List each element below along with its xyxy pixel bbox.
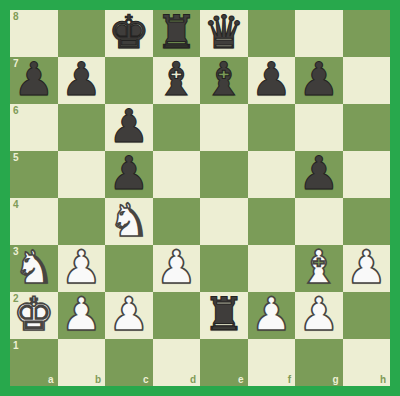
square-a3[interactable]: 3♞ <box>10 245 58 292</box>
piece-white-knight-c4[interactable]: ♞ <box>108 197 149 244</box>
square-h4[interactable] <box>343 198 391 245</box>
square-h3[interactable]: ♟ <box>343 245 391 292</box>
square-b8[interactable] <box>58 10 106 57</box>
square-h6[interactable] <box>343 104 391 151</box>
piece-black-bishop-d7[interactable]: ♝ <box>156 56 197 103</box>
square-d6[interactable] <box>153 104 201 151</box>
rank-label-6: 6 <box>13 105 19 116</box>
square-f4[interactable] <box>248 198 296 245</box>
square-e2[interactable]: ♜ <box>200 292 248 339</box>
square-b2[interactable]: ♟ <box>58 292 106 339</box>
piece-white-king-a2[interactable]: ♚ <box>13 291 54 338</box>
square-b6[interactable] <box>58 104 106 151</box>
piece-black-king-c8[interactable]: ♚ <box>108 9 149 56</box>
piece-white-pawn-f2[interactable]: ♟ <box>251 291 292 338</box>
file-label-g: g <box>332 374 338 385</box>
square-c3[interactable] <box>105 245 153 292</box>
square-f3[interactable] <box>248 245 296 292</box>
square-e6[interactable] <box>200 104 248 151</box>
square-a1[interactable]: 1a <box>10 339 58 386</box>
piece-white-knight-a3[interactable]: ♞ <box>13 244 54 291</box>
square-c2[interactable]: ♟ <box>105 292 153 339</box>
piece-black-rook-d8[interactable]: ♜ <box>156 9 197 56</box>
piece-black-pawn-c5[interactable]: ♟ <box>108 150 149 197</box>
piece-white-pawn-g2[interactable]: ♟ <box>298 291 339 338</box>
piece-black-pawn-b7[interactable]: ♟ <box>61 56 102 103</box>
square-a4[interactable]: 4 <box>10 198 58 245</box>
piece-black-pawn-g7[interactable]: ♟ <box>298 56 339 103</box>
file-label-a: a <box>48 374 54 385</box>
square-h5[interactable] <box>343 151 391 198</box>
square-e8[interactable]: ♛ <box>200 10 248 57</box>
piece-white-pawn-h3[interactable]: ♟ <box>346 244 387 291</box>
square-f5[interactable] <box>248 151 296 198</box>
square-e5[interactable] <box>200 151 248 198</box>
square-d5[interactable] <box>153 151 201 198</box>
square-c5[interactable]: ♟ <box>105 151 153 198</box>
piece-black-pawn-f7[interactable]: ♟ <box>251 56 292 103</box>
square-g8[interactable] <box>295 10 343 57</box>
file-label-d: d <box>190 374 196 385</box>
piece-white-bishop-g3[interactable]: ♝ <box>298 244 339 291</box>
file-label-h: h <box>380 374 386 385</box>
square-c7[interactable] <box>105 57 153 104</box>
piece-white-pawn-d3[interactable]: ♟ <box>156 244 197 291</box>
file-label-f: f <box>288 374 291 385</box>
rank-label-8: 8 <box>13 11 19 22</box>
piece-white-pawn-b3[interactable]: ♟ <box>61 244 102 291</box>
file-label-b: b <box>95 374 101 385</box>
square-c4[interactable]: ♞ <box>105 198 153 245</box>
rank-label-1: 1 <box>13 340 19 351</box>
square-g7[interactable]: ♟ <box>295 57 343 104</box>
square-a6[interactable]: 6 <box>10 104 58 151</box>
square-d3[interactable]: ♟ <box>153 245 201 292</box>
square-f2[interactable]: ♟ <box>248 292 296 339</box>
square-b1[interactable]: b <box>58 339 106 386</box>
square-g5[interactable]: ♟ <box>295 151 343 198</box>
file-label-c: c <box>143 374 149 385</box>
square-b3[interactable]: ♟ <box>58 245 106 292</box>
rank-label-5: 5 <box>13 152 19 163</box>
square-e7[interactable]: ♝ <box>200 57 248 104</box>
square-b7[interactable]: ♟ <box>58 57 106 104</box>
square-a8[interactable]: 8 <box>10 10 58 57</box>
square-f8[interactable] <box>248 10 296 57</box>
rank-label-4: 4 <box>13 199 19 210</box>
square-f7[interactable]: ♟ <box>248 57 296 104</box>
square-h2[interactable] <box>343 292 391 339</box>
square-f6[interactable] <box>248 104 296 151</box>
piece-black-pawn-g5[interactable]: ♟ <box>298 150 339 197</box>
piece-black-pawn-a7[interactable]: ♟ <box>13 56 54 103</box>
chess-board-frame: 8♚♜♛7♟♟♝♝♟♟6♟5♟♟4♞3♞♟♟♝♟2♚♟♟♜♟♟1abcdefgh <box>0 0 400 396</box>
square-d4[interactable] <box>153 198 201 245</box>
square-h1[interactable]: h <box>343 339 391 386</box>
square-g3[interactable]: ♝ <box>295 245 343 292</box>
piece-white-pawn-c2[interactable]: ♟ <box>108 291 149 338</box>
square-g1[interactable]: g <box>295 339 343 386</box>
chess-board: 8♚♜♛7♟♟♝♝♟♟6♟5♟♟4♞3♞♟♟♝♟2♚♟♟♜♟♟1abcdefgh <box>10 10 390 386</box>
piece-black-pawn-c6[interactable]: ♟ <box>108 103 149 150</box>
square-c6[interactable]: ♟ <box>105 104 153 151</box>
square-e1[interactable]: e <box>200 339 248 386</box>
square-h7[interactable] <box>343 57 391 104</box>
piece-white-pawn-b2[interactable]: ♟ <box>61 291 102 338</box>
square-d8[interactable]: ♜ <box>153 10 201 57</box>
square-b5[interactable] <box>58 151 106 198</box>
file-label-e: e <box>238 374 244 385</box>
piece-black-rook-e2[interactable]: ♜ <box>203 291 244 338</box>
square-c1[interactable]: c <box>105 339 153 386</box>
square-b4[interactable] <box>58 198 106 245</box>
square-g4[interactable] <box>295 198 343 245</box>
square-d7[interactable]: ♝ <box>153 57 201 104</box>
square-c8[interactable]: ♚ <box>105 10 153 57</box>
square-e4[interactable] <box>200 198 248 245</box>
square-g6[interactable] <box>295 104 343 151</box>
square-d2[interactable] <box>153 292 201 339</box>
square-d1[interactable]: d <box>153 339 201 386</box>
square-a7[interactable]: 7♟ <box>10 57 58 104</box>
square-f1[interactable]: f <box>248 339 296 386</box>
square-a5[interactable]: 5 <box>10 151 58 198</box>
piece-black-queen-e8[interactable]: ♛ <box>203 9 244 56</box>
square-g2[interactable]: ♟ <box>295 292 343 339</box>
square-e3[interactable] <box>200 245 248 292</box>
piece-black-bishop-e7[interactable]: ♝ <box>203 56 244 103</box>
square-a2[interactable]: 2♚ <box>10 292 58 339</box>
square-h8[interactable] <box>343 10 391 57</box>
